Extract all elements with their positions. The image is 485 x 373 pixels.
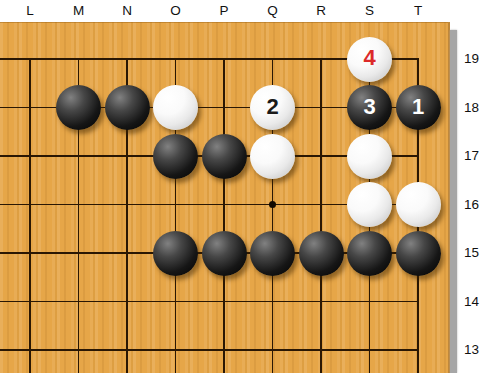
stone-number: 2 [266, 96, 278, 118]
stone-number: 4 [363, 47, 375, 69]
stone-black-S15 [347, 231, 392, 276]
stone-black-T18: 1 [396, 85, 441, 130]
stones-layer: 4231 [6, 35, 443, 373]
stone-white-S19: 4 [347, 37, 392, 82]
row-label-15: 15 [458, 245, 485, 260]
board-drop-shadow [450, 30, 457, 373]
row-label-14: 14 [458, 293, 485, 308]
column-label-N: N [122, 3, 132, 18]
stone-black-O17 [153, 134, 198, 179]
row-label-16: 16 [458, 196, 485, 211]
stone-white-T16 [396, 182, 441, 227]
stone-black-R15 [299, 231, 344, 276]
column-label-S: S [365, 3, 374, 18]
column-label-L: L [26, 3, 34, 18]
column-label-O: O [170, 3, 181, 18]
stone-number: 1 [412, 96, 424, 118]
stone-black-S18: 3 [347, 85, 392, 130]
row-label-18: 18 [458, 99, 485, 114]
stone-white-O18 [153, 85, 198, 130]
stone-number: 3 [363, 96, 375, 118]
column-label-R: R [316, 3, 326, 18]
stone-black-M18 [56, 85, 101, 130]
stone-black-Q15 [250, 231, 295, 276]
column-label-Q: Q [267, 3, 278, 18]
column-label-T: T [414, 3, 422, 18]
stone-white-Q17 [250, 134, 295, 179]
stone-white-S16 [347, 182, 392, 227]
goban[interactable]: 4231 [0, 22, 450, 373]
stone-white-S17 [347, 134, 392, 179]
column-label-M: M [73, 3, 84, 18]
stone-white-Q18: 2 [250, 85, 295, 130]
stone-black-T15 [396, 231, 441, 276]
column-label-P: P [219, 3, 228, 18]
go-diagram: LMNOPQRST 19181716151413 4231 [0, 0, 485, 373]
stone-black-O15 [153, 231, 198, 276]
row-label-17: 17 [458, 148, 485, 163]
row-label-13: 13 [458, 342, 485, 357]
stone-black-N18 [105, 85, 150, 130]
row-label-19: 19 [458, 51, 485, 66]
stone-black-P15 [202, 231, 247, 276]
stone-black-P17 [202, 134, 247, 179]
